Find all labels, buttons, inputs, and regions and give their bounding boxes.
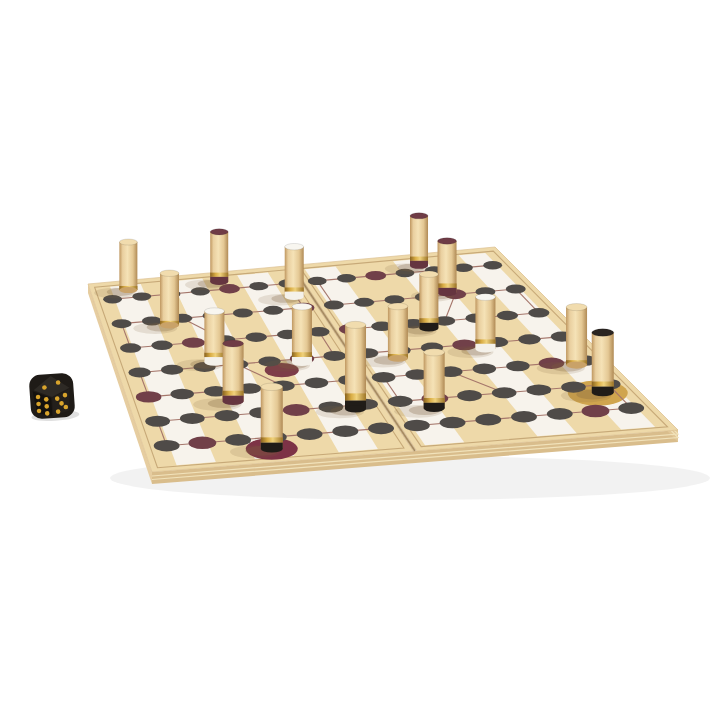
peg-base xyxy=(424,405,445,412)
track-dot xyxy=(225,434,251,446)
board-game-product-photo xyxy=(0,0,710,710)
track-dot xyxy=(618,402,644,414)
track-dot xyxy=(332,425,358,437)
peg-top xyxy=(261,383,283,390)
track-dot xyxy=(492,387,517,398)
track-dot xyxy=(384,295,404,304)
peg-natural[interactable] xyxy=(94,239,137,298)
track-dot xyxy=(233,308,253,317)
peg-body xyxy=(160,273,179,325)
peg-maroon[interactable] xyxy=(385,213,428,274)
peg-top xyxy=(419,271,438,277)
peg-base xyxy=(438,290,457,296)
peg-gold-band xyxy=(292,352,312,357)
track-dot xyxy=(297,428,323,440)
peg-top xyxy=(388,303,408,310)
peg-top xyxy=(410,213,428,219)
peg-base xyxy=(223,398,244,405)
peg-top xyxy=(210,229,228,235)
peg-base xyxy=(119,287,137,293)
track-dot xyxy=(497,311,518,321)
track-dot xyxy=(249,282,268,290)
track-dot xyxy=(145,416,170,427)
peg-gold-band xyxy=(285,287,304,291)
track-dot xyxy=(305,378,328,389)
peg-top xyxy=(285,243,304,249)
track-dot xyxy=(308,277,327,285)
peg-top xyxy=(292,303,312,310)
special-dot xyxy=(365,271,386,280)
peg-base xyxy=(388,355,408,362)
special-dot xyxy=(283,404,310,416)
peg-top xyxy=(204,308,224,315)
peg-base xyxy=(345,405,366,412)
track-dot xyxy=(457,390,482,401)
track-dot xyxy=(388,396,413,407)
track-dot xyxy=(440,417,466,429)
peg-base xyxy=(592,389,614,396)
peg-top xyxy=(566,304,587,311)
peg-base xyxy=(210,279,228,285)
track-dot xyxy=(483,261,502,269)
peg-gold-band xyxy=(261,437,283,442)
peg-base xyxy=(204,359,224,366)
track-dot xyxy=(170,389,193,400)
track-dot xyxy=(154,440,180,452)
peg-body xyxy=(388,306,408,358)
peg-body xyxy=(566,307,587,365)
special-dot xyxy=(582,405,610,418)
track-dot xyxy=(215,410,240,421)
peg-gold-band xyxy=(210,273,228,277)
track-dot xyxy=(506,284,526,293)
track-dot xyxy=(506,361,529,372)
peg-maroon[interactable] xyxy=(185,229,228,290)
peg-gold-band xyxy=(204,353,224,357)
peg-gold-band xyxy=(438,283,457,287)
track-dot xyxy=(368,423,394,435)
peg-base xyxy=(566,362,587,369)
track-dot xyxy=(323,351,345,361)
peg-gold-band xyxy=(424,398,445,403)
peg-base xyxy=(475,346,495,353)
track-dot xyxy=(518,334,540,344)
peg-top xyxy=(119,239,137,245)
special-dot xyxy=(136,391,161,402)
peg-top xyxy=(223,340,244,347)
track-dot xyxy=(372,372,395,383)
track-dot xyxy=(180,413,205,424)
peg-base xyxy=(261,445,283,452)
track-dot xyxy=(511,411,537,423)
track-dot xyxy=(263,306,283,315)
peg-top xyxy=(345,321,366,328)
peg-top xyxy=(424,349,445,356)
track-dot xyxy=(354,298,374,307)
track-dot xyxy=(547,408,573,420)
peg-top xyxy=(592,329,614,336)
track-dot xyxy=(246,332,267,342)
scene-canvas xyxy=(0,0,710,710)
peg-body xyxy=(119,242,137,290)
peg-gold-band xyxy=(345,393,366,400)
peg-base xyxy=(419,325,438,331)
track-dot xyxy=(473,364,496,375)
peg-gold-band xyxy=(592,382,614,387)
peg-base xyxy=(160,322,179,328)
peg-gold-band xyxy=(410,257,428,261)
track-dot xyxy=(475,414,501,426)
track-dot xyxy=(528,308,549,318)
peg-gold-band xyxy=(223,391,244,396)
track-dot xyxy=(112,319,132,328)
track-dot xyxy=(527,384,552,395)
special-dot xyxy=(188,437,216,450)
track-dot xyxy=(454,264,473,272)
track-dot xyxy=(337,274,356,282)
peg-top xyxy=(438,238,457,244)
track-dot xyxy=(120,343,141,353)
peg-gold-band xyxy=(419,318,438,323)
peg-base xyxy=(285,293,304,299)
peg-gold-band xyxy=(475,339,495,343)
track-dot xyxy=(128,367,150,377)
track-dot xyxy=(324,300,344,309)
track-dot xyxy=(404,420,430,432)
special-dot xyxy=(182,337,205,347)
die[interactable] xyxy=(29,372,80,422)
peg-top xyxy=(475,294,495,301)
peg-top xyxy=(160,270,179,276)
peg-base xyxy=(410,263,428,269)
track-dot xyxy=(151,341,172,351)
peg-base xyxy=(292,359,312,366)
